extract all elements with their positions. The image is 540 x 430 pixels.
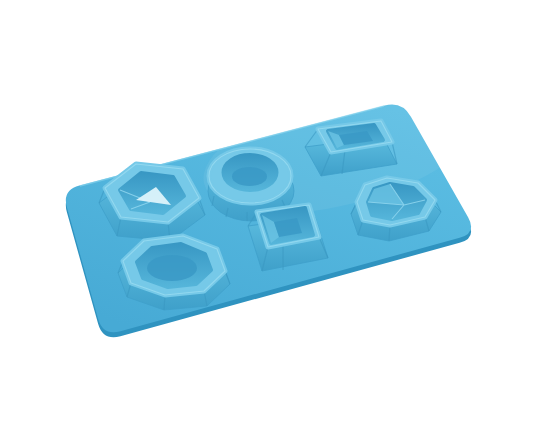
octagon-left-cavity-floor <box>147 255 197 281</box>
mold-octagon-left <box>118 236 230 310</box>
ice-cube-tray-illustration <box>0 0 540 430</box>
round-cavity-floor <box>232 167 267 186</box>
product-photo: Blue silicone gem-shaped ice cube tray w… <box>0 0 540 430</box>
